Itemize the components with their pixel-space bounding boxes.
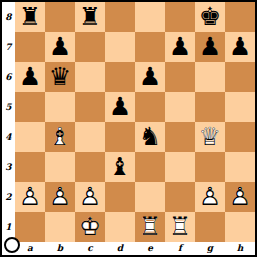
square-f4[interactable]	[165, 122, 195, 152]
chess-diagram-frame: 87654321 ♜♜♚♟♟♟♟♟♛♟♟♝♗♞♛♕♝♟♙♟♙♟♙♟♙♟♙♚♔♜♖…	[0, 0, 257, 257]
black-pawn[interactable]: ♟	[45, 32, 75, 62]
square-h7[interactable]: ♟	[225, 32, 255, 62]
black-pawn-glyph: ♟	[165, 32, 195, 62]
black-queen-glyph: ♛	[45, 62, 75, 92]
square-e1[interactable]: ♜♖	[135, 212, 165, 242]
black-rook-glyph: ♜	[15, 2, 45, 32]
square-a2[interactable]: ♟♙	[15, 182, 45, 212]
square-a5[interactable]	[15, 92, 45, 122]
square-c8[interactable]: ♜	[75, 2, 105, 32]
file-label-c: c	[75, 242, 105, 255]
black-pawn-glyph: ♟	[225, 32, 255, 62]
white-pawn-outline: ♙	[45, 182, 75, 212]
white-rook-outline: ♖	[165, 212, 195, 242]
square-h3[interactable]	[225, 152, 255, 182]
white-pawn[interactable]: ♟♙	[195, 182, 225, 212]
square-d7[interactable]	[105, 32, 135, 62]
square-g1[interactable]	[195, 212, 225, 242]
rank-label-7: 7	[2, 32, 15, 62]
square-b2[interactable]: ♟♙	[45, 182, 75, 212]
square-d4[interactable]	[105, 122, 135, 152]
white-rook[interactable]: ♜♖	[135, 212, 165, 242]
rank-label-5: 5	[2, 92, 15, 122]
square-e3[interactable]	[135, 152, 165, 182]
file-label-f: f	[165, 242, 195, 255]
square-e4[interactable]: ♞	[135, 122, 165, 152]
rank-labels: 87654321	[2, 2, 15, 242]
square-b6[interactable]: ♛	[45, 62, 75, 92]
square-g8[interactable]: ♚	[195, 2, 225, 32]
white-rook-outline: ♖	[135, 212, 165, 242]
black-rook-glyph: ♜	[75, 2, 105, 32]
black-rook[interactable]: ♜	[75, 2, 105, 32]
square-g5[interactable]	[195, 92, 225, 122]
square-a4[interactable]	[15, 122, 45, 152]
white-pawn-outline: ♙	[225, 182, 255, 212]
black-knight[interactable]: ♞	[135, 122, 165, 152]
square-c5[interactable]	[75, 92, 105, 122]
black-pawn-glyph: ♟	[15, 62, 45, 92]
white-king[interactable]: ♚♔	[75, 212, 105, 242]
square-b7[interactable]: ♟	[45, 32, 75, 62]
square-d3[interactable]: ♝	[105, 152, 135, 182]
square-a3[interactable]	[15, 152, 45, 182]
square-h6[interactable]	[225, 62, 255, 92]
file-label-g: g	[195, 242, 225, 255]
square-f2[interactable]	[165, 182, 195, 212]
black-pawn[interactable]: ♟	[195, 32, 225, 62]
square-c3[interactable]	[75, 152, 105, 182]
white-pawn-outline: ♙	[195, 182, 225, 212]
black-pawn[interactable]: ♟	[165, 32, 195, 62]
white-king-outline: ♔	[75, 212, 105, 242]
square-e2[interactable]	[135, 182, 165, 212]
file-label-b: b	[45, 242, 75, 255]
black-pawn[interactable]: ♟	[105, 92, 135, 122]
square-f5[interactable]	[165, 92, 195, 122]
black-king[interactable]: ♚	[195, 2, 225, 32]
square-h4[interactable]	[225, 122, 255, 152]
black-pawn-glyph: ♟	[45, 32, 75, 62]
file-labels: abcdefgh	[15, 242, 255, 255]
square-g4[interactable]: ♛♕	[195, 122, 225, 152]
square-g6[interactable]	[195, 62, 225, 92]
rank-label-6: 6	[2, 62, 15, 92]
square-b5[interactable]	[45, 92, 75, 122]
square-f6[interactable]	[165, 62, 195, 92]
square-c6[interactable]	[75, 62, 105, 92]
square-e5[interactable]	[135, 92, 165, 122]
square-c4[interactable]	[75, 122, 105, 152]
black-pawn-glyph: ♟	[135, 62, 165, 92]
square-f7[interactable]: ♟	[165, 32, 195, 62]
square-f8[interactable]	[165, 2, 195, 32]
black-pawn[interactable]: ♟	[225, 32, 255, 62]
white-pawn[interactable]: ♟♙	[75, 182, 105, 212]
black-pawn-glyph: ♟	[195, 32, 225, 62]
square-b1[interactable]	[45, 212, 75, 242]
square-h8[interactable]	[225, 2, 255, 32]
white-bishop[interactable]: ♝♗	[45, 122, 75, 152]
square-c1[interactable]: ♚♔	[75, 212, 105, 242]
square-b8[interactable]	[45, 2, 75, 32]
square-h5[interactable]	[225, 92, 255, 122]
square-e7[interactable]	[135, 32, 165, 62]
white-queen-outline: ♕	[195, 122, 225, 152]
square-a6[interactable]: ♟	[15, 62, 45, 92]
rank-label-8: 8	[2, 2, 15, 32]
chess-board[interactable]: ♜♜♚♟♟♟♟♟♛♟♟♝♗♞♛♕♝♟♙♟♙♟♙♟♙♟♙♚♔♜♖♜♖	[15, 2, 255, 242]
black-queen[interactable]: ♛	[45, 62, 75, 92]
square-g2[interactable]: ♟♙	[195, 182, 225, 212]
square-h2[interactable]: ♟♙	[225, 182, 255, 212]
white-pawn[interactable]: ♟♙	[45, 182, 75, 212]
square-a1[interactable]	[15, 212, 45, 242]
square-c7[interactable]	[75, 32, 105, 62]
white-rook[interactable]: ♜♖	[165, 212, 195, 242]
square-c2[interactable]: ♟♙	[75, 182, 105, 212]
white-pawn[interactable]: ♟♙	[15, 182, 45, 212]
square-g3[interactable]	[195, 152, 225, 182]
black-bishop[interactable]: ♝	[105, 152, 135, 182]
square-d8[interactable]	[105, 2, 135, 32]
square-d5[interactable]: ♟	[105, 92, 135, 122]
white-to-move-indicator-icon	[4, 237, 20, 253]
file-label-d: d	[105, 242, 135, 255]
black-pawn[interactable]: ♟	[135, 62, 165, 92]
square-d1[interactable]	[105, 212, 135, 242]
file-label-h: h	[225, 242, 255, 255]
white-queen[interactable]: ♛♕	[195, 122, 225, 152]
square-e6[interactable]: ♟	[135, 62, 165, 92]
square-g7[interactable]: ♟	[195, 32, 225, 62]
square-h1[interactable]	[225, 212, 255, 242]
rank-label-2: 2	[2, 182, 15, 212]
square-d6[interactable]	[105, 62, 135, 92]
square-b4[interactable]: ♝♗	[45, 122, 75, 152]
square-f1[interactable]: ♜♖	[165, 212, 195, 242]
black-rook[interactable]: ♜	[15, 2, 45, 32]
rank-label-3: 3	[2, 152, 15, 182]
black-pawn[interactable]: ♟	[15, 62, 45, 92]
black-pawn-glyph: ♟	[105, 92, 135, 122]
square-a8[interactable]: ♜	[15, 2, 45, 32]
white-bishop-outline: ♗	[45, 122, 75, 152]
square-b3[interactable]	[45, 152, 75, 182]
white-pawn-outline: ♙	[15, 182, 45, 212]
square-f3[interactable]	[165, 152, 195, 182]
rank-label-4: 4	[2, 122, 15, 152]
white-pawn[interactable]: ♟♙	[225, 182, 255, 212]
square-e8[interactable]	[135, 2, 165, 32]
black-king-glyph: ♚	[195, 2, 225, 32]
square-d2[interactable]	[105, 182, 135, 212]
black-bishop-glyph: ♝	[105, 152, 135, 182]
black-knight-glyph: ♞	[135, 122, 165, 152]
white-pawn-outline: ♙	[75, 182, 105, 212]
square-a7[interactable]	[15, 32, 45, 62]
file-label-e: e	[135, 242, 165, 255]
